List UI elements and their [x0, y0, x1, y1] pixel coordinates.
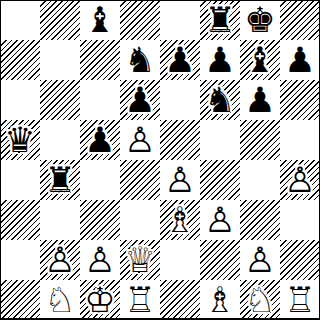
white-pawn-piece: ♟♙ [280, 160, 320, 200]
square-a2[interactable] [0, 240, 40, 280]
square-f3[interactable]: ♟♙ [200, 200, 240, 240]
black-pawn-piece: ♟ [280, 40, 320, 80]
square-f5[interactable] [200, 120, 240, 160]
square-g1[interactable]: ♞♘ [240, 280, 280, 320]
black-pawn-piece: ♟ [200, 40, 240, 80]
square-c5[interactable]: ♟ [80, 120, 120, 160]
square-e4[interactable]: ♟♙ [160, 160, 200, 200]
black-knight-piece: ♞ [200, 80, 240, 120]
square-d3[interactable] [120, 200, 160, 240]
piece-outline-glyph: ♔ [80, 280, 120, 320]
chess-board: ♝♜♚♞♟♟♝♟♟♞♟♛♟♟♙♜♟♙♟♙♝♗♟♙♟♙♟♙♛♕♟♙♞♘♚♔♜♖♝♗… [0, 0, 320, 320]
square-h2[interactable] [280, 240, 320, 280]
square-h6[interactable] [280, 80, 320, 120]
piece-outline-glyph: ♘ [240, 280, 280, 320]
white-bishop-piece: ♝♗ [160, 200, 200, 240]
square-a4[interactable] [0, 160, 40, 200]
piece-outline-glyph: ♖ [120, 280, 160, 320]
square-c6[interactable] [80, 80, 120, 120]
white-pawn-piece: ♟♙ [160, 160, 200, 200]
piece-fill-glyph: ♟ [164, 43, 195, 78]
square-b8[interactable] [40, 0, 80, 40]
square-g5[interactable] [240, 120, 280, 160]
white-rook-piece: ♜♖ [120, 280, 160, 320]
white-pawn-piece: ♟♙ [240, 240, 280, 280]
square-f2[interactable] [200, 240, 240, 280]
black-king-piece: ♚ [240, 0, 280, 40]
black-knight-piece: ♞ [120, 40, 160, 80]
square-d8[interactable] [120, 0, 160, 40]
piece-fill-glyph: ♟ [244, 83, 275, 118]
square-b6[interactable] [40, 80, 80, 120]
square-a8[interactable] [0, 0, 40, 40]
piece-outline-glyph: ♘ [40, 280, 80, 320]
piece-outline-glyph: ♙ [240, 240, 280, 280]
piece-fill-glyph: ♟ [284, 43, 315, 78]
square-h3[interactable] [280, 200, 320, 240]
square-g7[interactable]: ♝ [240, 40, 280, 80]
square-g4[interactable] [240, 160, 280, 200]
black-pawn-piece: ♟ [160, 40, 200, 80]
square-e3[interactable]: ♝♗ [160, 200, 200, 240]
piece-outline-glyph: ♗ [200, 280, 240, 320]
square-e6[interactable] [160, 80, 200, 120]
square-f8[interactable]: ♜ [200, 0, 240, 40]
piece-outline-glyph: ♗ [160, 200, 200, 240]
white-pawn-piece: ♟♙ [120, 120, 160, 160]
white-king-piece: ♚♔ [80, 280, 120, 320]
piece-fill-glyph: ♝ [244, 43, 275, 78]
black-rook-piece: ♜ [40, 160, 80, 200]
square-e2[interactable] [160, 240, 200, 280]
square-b1[interactable]: ♞♘ [40, 280, 80, 320]
square-c3[interactable] [80, 200, 120, 240]
square-a1[interactable] [0, 280, 40, 320]
piece-fill-glyph: ♞ [204, 83, 235, 118]
square-h5[interactable] [280, 120, 320, 160]
square-d2[interactable]: ♛♕ [120, 240, 160, 280]
square-e8[interactable] [160, 0, 200, 40]
square-h4[interactable]: ♟♙ [280, 160, 320, 200]
square-f4[interactable] [200, 160, 240, 200]
piece-fill-glyph: ♜ [44, 163, 75, 198]
black-bishop-piece: ♝ [240, 40, 280, 80]
piece-outline-glyph: ♙ [200, 200, 240, 240]
piece-outline-glyph: ♙ [280, 160, 320, 200]
piece-outline-glyph: ♙ [120, 120, 160, 160]
square-a7[interactable] [0, 40, 40, 80]
piece-fill-glyph: ♟ [84, 123, 115, 158]
square-c1[interactable]: ♚♔ [80, 280, 120, 320]
square-f6[interactable]: ♞ [200, 80, 240, 120]
square-f1[interactable]: ♝♗ [200, 280, 240, 320]
white-queen-piece: ♛♕ [120, 240, 160, 280]
piece-fill-glyph: ♛ [4, 123, 35, 158]
piece-outline-glyph: ♙ [40, 240, 80, 280]
square-h8[interactable] [280, 0, 320, 40]
square-f7[interactable]: ♟ [200, 40, 240, 80]
piece-fill-glyph: ♟ [124, 83, 155, 118]
square-d6[interactable]: ♟ [120, 80, 160, 120]
square-g8[interactable]: ♚ [240, 0, 280, 40]
square-d1[interactable]: ♜♖ [120, 280, 160, 320]
square-a3[interactable] [0, 200, 40, 240]
white-rook-piece: ♜♖ [280, 280, 320, 320]
square-d7[interactable]: ♞ [120, 40, 160, 80]
piece-fill-glyph: ♟ [204, 43, 235, 78]
piece-outline-glyph: ♙ [160, 160, 200, 200]
piece-outline-glyph: ♕ [120, 240, 160, 280]
piece-outline-glyph: ♙ [80, 240, 120, 280]
piece-fill-glyph: ♞ [124, 43, 155, 78]
square-c8[interactable]: ♝ [80, 0, 120, 40]
square-c2[interactable]: ♟♙ [80, 240, 120, 280]
piece-fill-glyph: ♜ [204, 3, 235, 38]
piece-outline-glyph: ♖ [280, 280, 320, 320]
square-b7[interactable] [40, 40, 80, 80]
square-e5[interactable] [160, 120, 200, 160]
square-d5[interactable]: ♟♙ [120, 120, 160, 160]
square-a6[interactable] [0, 80, 40, 120]
black-pawn-piece: ♟ [120, 80, 160, 120]
square-c4[interactable] [80, 160, 120, 200]
black-queen-piece: ♛ [0, 120, 40, 160]
square-b2[interactable]: ♟♙ [40, 240, 80, 280]
black-bishop-piece: ♝ [80, 0, 120, 40]
black-pawn-piece: ♟ [240, 80, 280, 120]
square-h1[interactable]: ♜♖ [280, 280, 320, 320]
white-pawn-piece: ♟♙ [40, 240, 80, 280]
square-e7[interactable]: ♟ [160, 40, 200, 80]
square-a5[interactable]: ♛ [0, 120, 40, 160]
black-pawn-piece: ♟ [80, 120, 120, 160]
square-b5[interactable] [40, 120, 80, 160]
white-knight-piece: ♞♘ [240, 280, 280, 320]
square-e1[interactable] [160, 280, 200, 320]
square-g3[interactable] [240, 200, 280, 240]
square-d4[interactable] [120, 160, 160, 200]
square-b3[interactable] [40, 200, 80, 240]
square-h7[interactable]: ♟ [280, 40, 320, 80]
piece-fill-glyph: ♚ [244, 3, 275, 38]
square-b4[interactable]: ♜ [40, 160, 80, 200]
piece-fill-glyph: ♝ [84, 3, 115, 38]
black-rook-piece: ♜ [200, 0, 240, 40]
square-g2[interactable]: ♟♙ [240, 240, 280, 280]
square-g6[interactable]: ♟ [240, 80, 280, 120]
square-c7[interactable] [80, 40, 120, 80]
white-pawn-piece: ♟♙ [200, 200, 240, 240]
white-pawn-piece: ♟♙ [80, 240, 120, 280]
white-knight-piece: ♞♘ [40, 280, 80, 320]
white-bishop-piece: ♝♗ [200, 280, 240, 320]
